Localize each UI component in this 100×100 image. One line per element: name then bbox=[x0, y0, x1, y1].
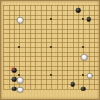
star-point bbox=[50, 18, 52, 20]
white-stone bbox=[17, 17, 24, 24]
grid-line-vertical bbox=[78, 5, 79, 88]
white-stone bbox=[86, 73, 93, 80]
star-point bbox=[18, 74, 20, 76]
star-point bbox=[82, 74, 84, 76]
star-point bbox=[50, 74, 52, 76]
star-point bbox=[50, 46, 52, 48]
grid-line-horizontal bbox=[3, 52, 99, 53]
black-stone bbox=[12, 86, 17, 91]
black-stone bbox=[81, 86, 86, 91]
black-stone bbox=[76, 8, 81, 13]
grid-line-horizontal bbox=[3, 70, 99, 71]
go-board[interactable] bbox=[0, 0, 100, 100]
grid-line-horizontal bbox=[3, 66, 99, 67]
black-stone bbox=[86, 17, 91, 22]
white-stone bbox=[17, 77, 24, 84]
white-stone bbox=[17, 86, 24, 93]
grid-line-vertical bbox=[73, 5, 74, 88]
grid-line-vertical bbox=[62, 5, 63, 88]
grid-line-vertical bbox=[57, 5, 58, 88]
black-stone bbox=[70, 82, 75, 87]
grid-line-vertical bbox=[94, 5, 95, 88]
star-point bbox=[82, 46, 84, 48]
last-move-marker bbox=[12, 68, 14, 70]
black-stone bbox=[12, 77, 17, 82]
star-point bbox=[18, 46, 20, 48]
grid-line-horizontal bbox=[3, 61, 99, 62]
white-stone bbox=[81, 54, 88, 61]
grid-line-vertical bbox=[99, 5, 100, 88]
grid-line-vertical bbox=[67, 5, 68, 88]
star-point bbox=[82, 18, 84, 20]
grid-line-horizontal bbox=[3, 84, 99, 85]
